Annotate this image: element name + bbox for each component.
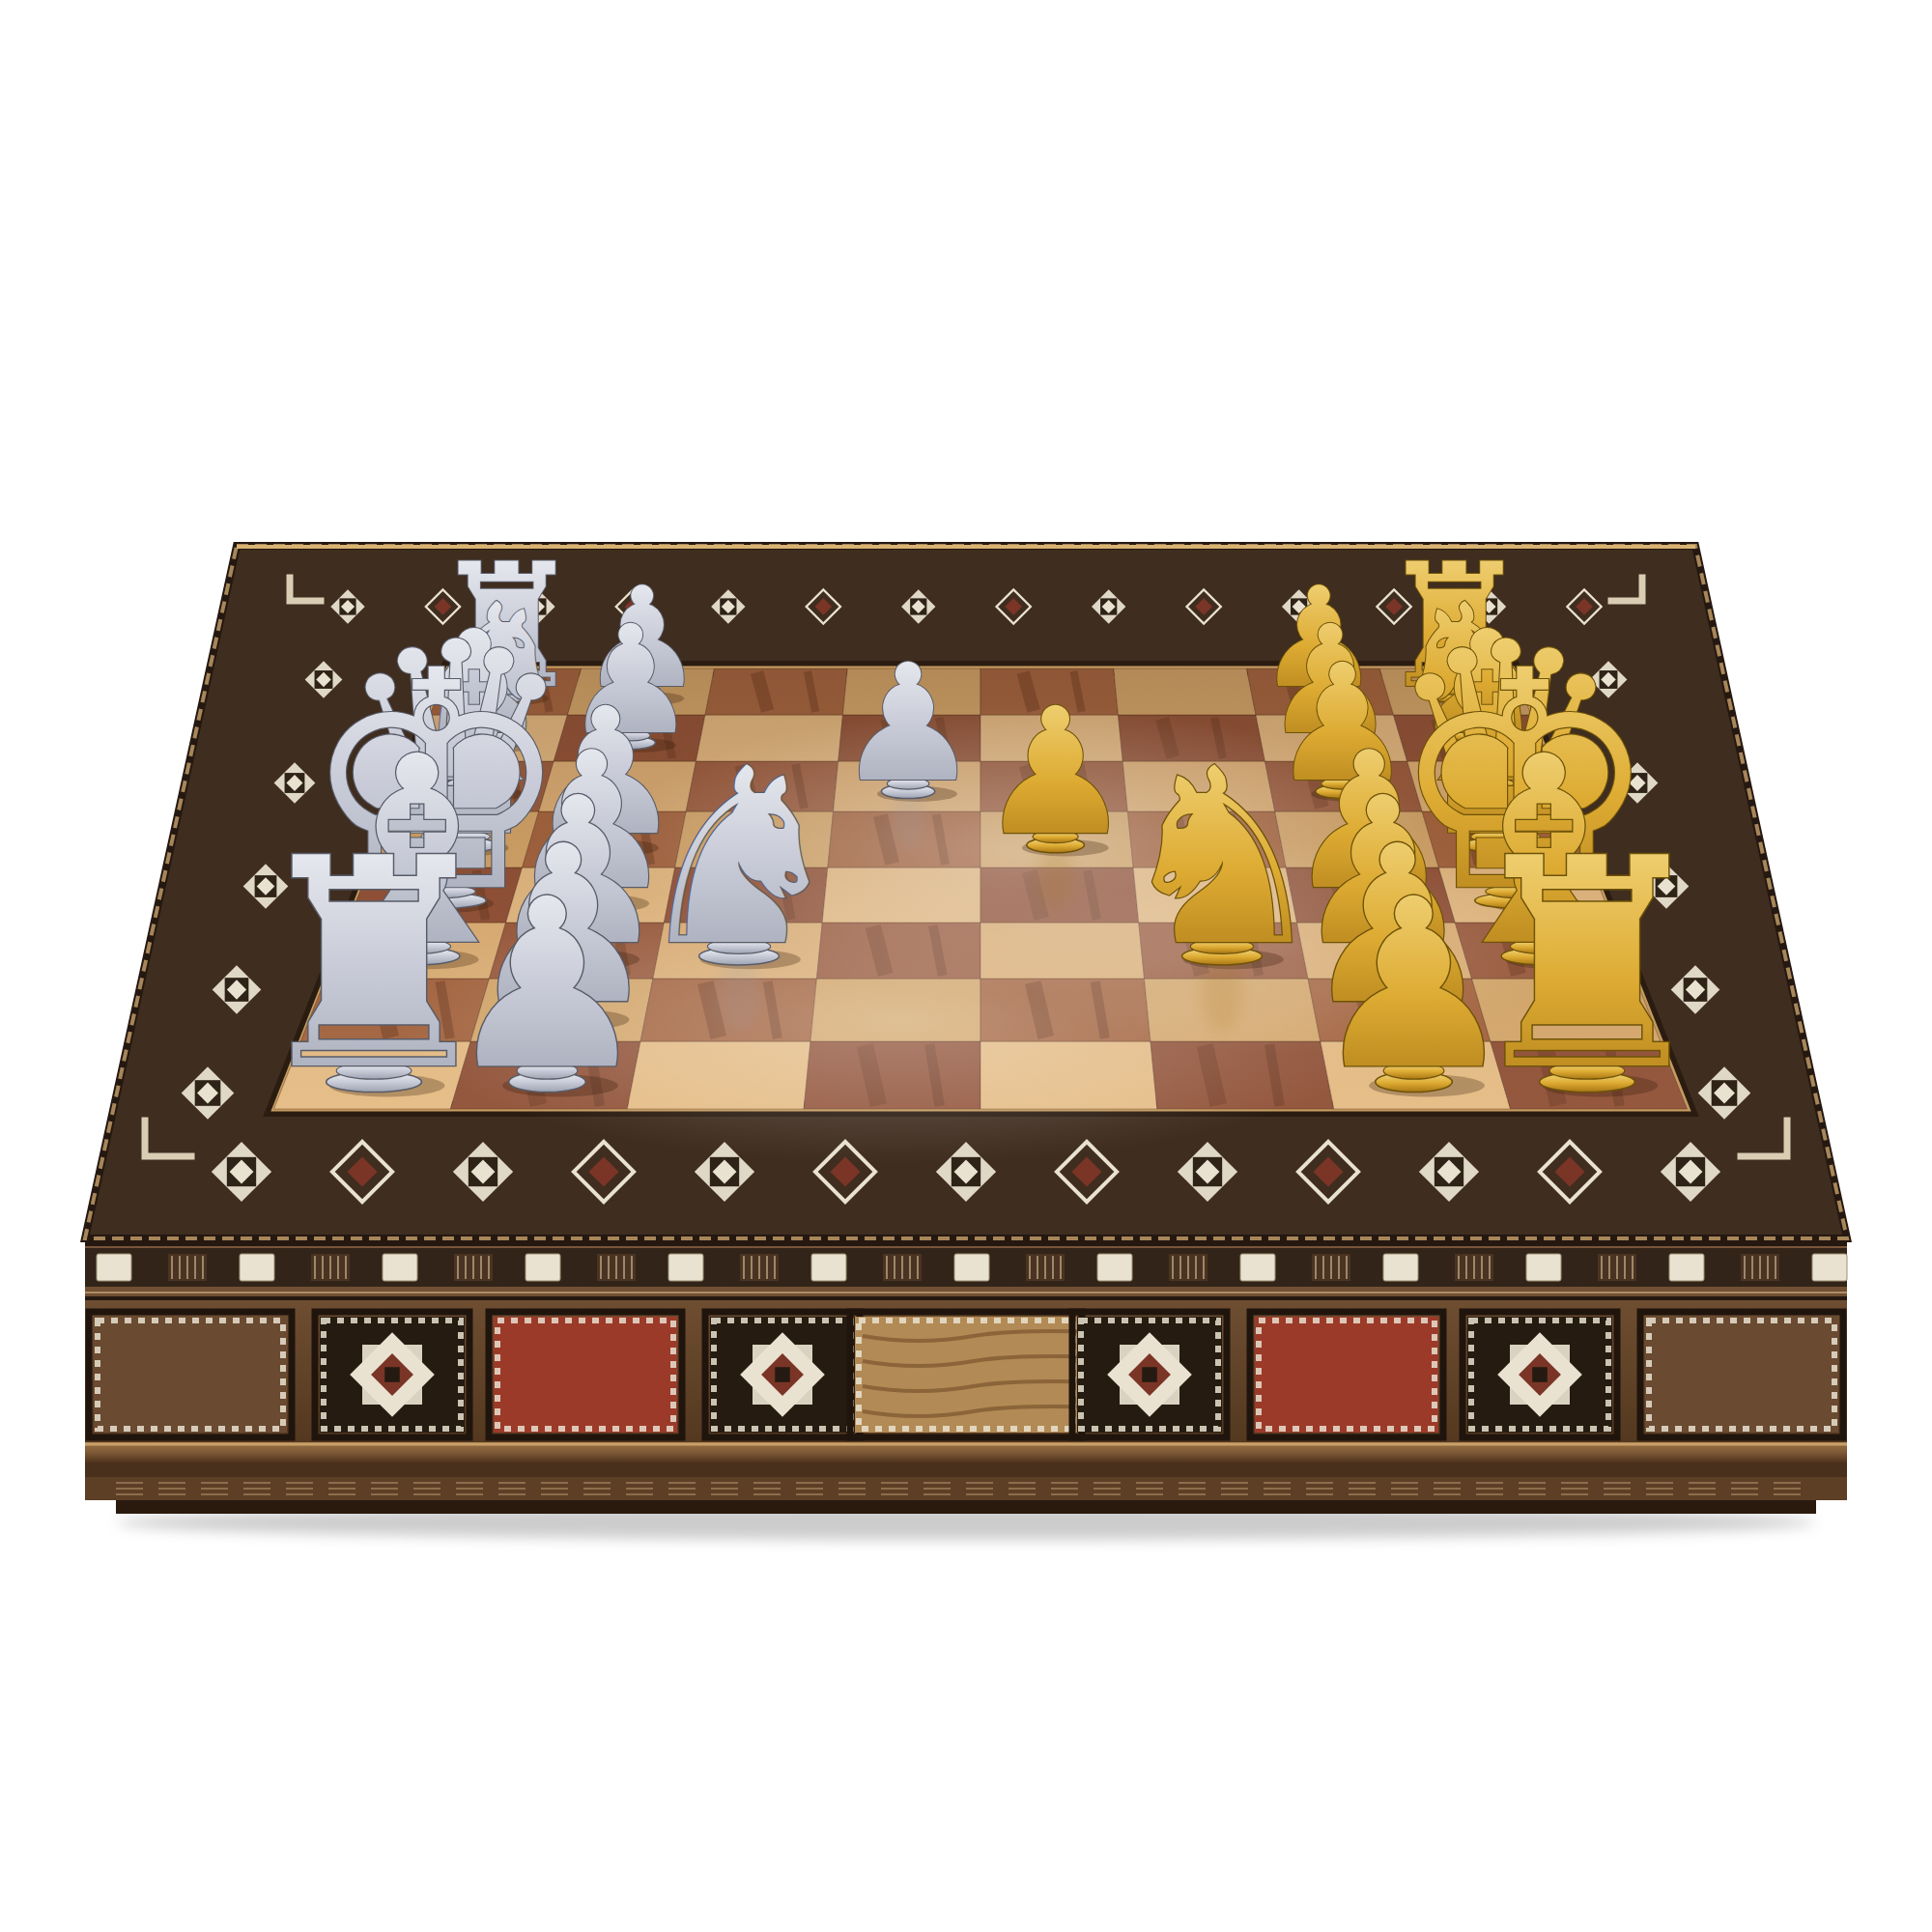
pearl-inlay: [1383, 1254, 1418, 1281]
stripe-inlay: [883, 1254, 922, 1281]
panel-plain: [89, 1312, 292, 1437]
pearl-inlay: [954, 1254, 989, 1281]
stripe-inlay: [1169, 1254, 1207, 1281]
piece-white-pawn-h2: ♟: [442, 849, 651, 1121]
front-mosaic-panels: [89, 1312, 1843, 1437]
panel-star: [1072, 1312, 1227, 1437]
black-knight-glyph: ♞: [1113, 717, 1330, 999]
panel-star: [1463, 1312, 1617, 1437]
pearl-inlay: [97, 1254, 131, 1281]
white-pawn-glyph: ♟: [442, 849, 651, 1121]
stripe-inlay: [168, 1254, 207, 1281]
pearl-inlay: [1240, 1254, 1275, 1281]
box-front-face: [85, 1238, 1847, 1540]
stripe-inlay: [454, 1254, 493, 1281]
plinth: [116, 1500, 1816, 1514]
black-pawn-glyph: ♟: [977, 670, 1133, 874]
stripe-inlay: [1455, 1254, 1493, 1281]
chess-set-photo: ♜♟♜♟♞♟♞♟♝♟♝♟♛♟♛♟♚♟♚♟♝♟♞♝♟♞♟♟♜♟♜♟: [0, 0, 1932, 1932]
stripe-inlay: [740, 1254, 779, 1281]
stripe-inlay: [1026, 1254, 1065, 1281]
pearl-inlay: [526, 1254, 560, 1281]
white-knight-glyph: ♞: [630, 717, 847, 999]
stripe-inlay: [1312, 1254, 1350, 1281]
piece-black-pawn-h7: ♟: [1309, 849, 1518, 1121]
panel-star: [705, 1312, 860, 1437]
pearl-inlay: [240, 1254, 274, 1281]
stripe-inlay: [1741, 1254, 1779, 1281]
pearl-inlay: [811, 1254, 846, 1281]
pearl-inlay: [1526, 1254, 1561, 1281]
panel-red: [1250, 1312, 1443, 1437]
pearl-inlay: [1812, 1254, 1847, 1281]
scene-svg: ♜♟♜♟♞♟♞♟♝♟♝♟♛♟♛♟♚♟♚♟♝♟♞♝♟♞♟♟♜♟♜♟: [0, 0, 1932, 1932]
black-pawn-glyph: ♟: [1309, 849, 1518, 1121]
piece-white-knight-f3: ♞: [630, 717, 847, 1031]
pearl-inlay: [668, 1254, 703, 1281]
white-pawn-glyph: ♟: [836, 629, 980, 818]
pearl-inlay: [1097, 1254, 1132, 1281]
piece-white-pawn-c4: ♟: [836, 629, 980, 851]
pearl-inlay: [383, 1254, 417, 1281]
molding-groove: [85, 1463, 1847, 1477]
pearl-inlay-strip: [85, 1248, 1847, 1287]
stripe-inlay: [1598, 1254, 1636, 1281]
panel-star: [315, 1312, 469, 1437]
panel-red: [489, 1312, 682, 1437]
stripe-inlay: [597, 1254, 636, 1281]
piece-black-knight-f6: ♞: [1113, 717, 1330, 1031]
stripe-inlay: [311, 1254, 350, 1281]
pearl-inlay: [1669, 1254, 1704, 1281]
piece-black-pawn-d5: ♟: [977, 670, 1133, 910]
panel-plain: [1640, 1312, 1843, 1437]
